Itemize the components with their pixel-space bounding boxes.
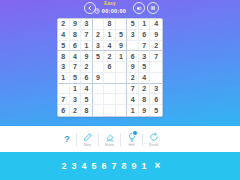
clock-icon: [94, 8, 100, 14]
sudoku-cell-r1c6[interactable]: [116, 19, 128, 30]
toolbar-divider: [76, 133, 77, 146]
sudoku-cell-r4c9[interactable]: 7: [150, 51, 162, 62]
sudoku-cell-r9c5[interactable]: [104, 105, 116, 116]
sudoku-cell-r6c5[interactable]: [104, 73, 116, 84]
sudoku-cell-r5c2[interactable]: 7: [70, 62, 82, 73]
sudoku-cell-r2c1[interactable]: 4: [58, 30, 70, 41]
note-button[interactable]: Note: [79, 132, 96, 147]
number-key-1[interactable]: 1: [142, 161, 147, 171]
number-key-7[interactable]: 7: [112, 161, 117, 171]
sudoku-cell-r9c6[interactable]: [116, 105, 128, 116]
toolbar-divider: [142, 133, 143, 146]
sudoku-cell-r7c5[interactable]: [104, 84, 116, 95]
sudoku-cell-r5c5[interactable]: 6: [104, 62, 116, 73]
sudoku-cell-r2c5[interactable]: 1: [104, 30, 116, 41]
reset-label: Reset: [149, 143, 158, 147]
sudoku-cell-r7c9[interactable]: 3: [150, 84, 162, 95]
sudoku-cell-r4c1[interactable]: 8: [58, 51, 70, 62]
sudoku-cell-r5c7[interactable]: 9: [127, 62, 139, 73]
number-key-9[interactable]: 9: [132, 161, 137, 171]
number-pad: 23456789× 1: [0, 152, 240, 180]
sudoku-cell-r3c5[interactable]: 4: [104, 41, 116, 52]
sudoku-cell-r6c7[interactable]: 2: [127, 73, 139, 84]
sudoku-cell-r7c3[interactable]: 4: [81, 84, 93, 95]
speaker-icon: [136, 5, 143, 12]
sudoku-cell-r8c6[interactable]: [116, 94, 128, 105]
sudoku-cell-r8c4[interactable]: [93, 94, 105, 105]
sudoku-cell-r6c4[interactable]: 9: [93, 73, 105, 84]
difficulty-label: Easy: [79, 1, 141, 6]
sudoku-cell-r2c3[interactable]: 7: [81, 30, 93, 41]
sudoku-cell-r9c7[interactable]: 1: [127, 105, 139, 116]
sudoku-cell-r1c9[interactable]: 4: [150, 19, 162, 30]
sudoku-cell-r1c1[interactable]: 2: [58, 19, 70, 30]
timer-value: 00:00:00: [102, 8, 126, 14]
sudoku-cell-r9c1[interactable]: 6: [58, 105, 70, 116]
sudoku-cell-r8c7[interactable]: 4: [127, 94, 139, 105]
sudoku-cell-r1c8[interactable]: 1: [139, 19, 151, 30]
sudoku-cell-r6c3[interactable]: 6: [81, 73, 93, 84]
sudoku-cell-r8c9[interactable]: 6: [150, 94, 162, 105]
sudoku-cell-r9c3[interactable]: 8: [81, 105, 93, 116]
number-key-6[interactable]: 6: [102, 161, 107, 171]
sudoku-cell-r4c2[interactable]: 4: [70, 51, 82, 62]
sudoku-cell-r9c8[interactable]: 9: [139, 105, 151, 116]
sudoku-cell-r5c1[interactable]: 3: [58, 62, 70, 73]
sudoku-cell-r7c8[interactable]: 2: [139, 84, 151, 95]
note-label: Note: [84, 143, 91, 147]
sudoku-cell-r8c5[interactable]: [104, 94, 116, 105]
sudoku-cell-r5c4[interactable]: [93, 62, 105, 73]
sudoku-cell-r2c6[interactable]: 5: [116, 30, 128, 41]
erase-label: Erase: [105, 143, 114, 147]
sudoku-cell-r3c9[interactable]: 2: [150, 41, 162, 52]
help-button[interactable]: ?: [60, 134, 74, 144]
sudoku-cell-r7c7[interactable]: 7: [127, 84, 139, 95]
toolbar-divider: [120, 133, 121, 146]
number-key-5[interactable]: 5: [92, 161, 97, 171]
number-key-4[interactable]: 4: [82, 161, 87, 171]
sudoku-cell-r3c1[interactable]: 5: [58, 41, 70, 52]
sudoku-cell-r3c3[interactable]: 1: [81, 41, 93, 52]
sudoku-cell-r1c2[interactable]: 9: [70, 19, 82, 30]
sudoku-cell-r9c9[interactable]: 5: [150, 105, 162, 116]
sudoku-cell-r8c3[interactable]: 5: [81, 94, 93, 105]
sudoku-cell-r3c4[interactable]: 3: [93, 41, 105, 52]
toolbar: ? Note Erase Hint: [0, 126, 240, 152]
sound-button[interactable]: [133, 2, 145, 14]
sudoku-cell-r7c1[interactable]: [58, 84, 70, 95]
sudoku-cell-r6c8[interactable]: 4: [139, 73, 151, 84]
sudoku-cell-r5c3[interactable]: 2: [81, 62, 93, 73]
sudoku-cell-r7c4[interactable]: [93, 84, 105, 95]
sudoku-cell-r9c4[interactable]: [93, 105, 105, 116]
sudoku-cell-r3c6[interactable]: 9: [116, 41, 128, 52]
sudoku-cell-r5c8[interactable]: 5: [139, 62, 151, 73]
sudoku-cell-r4c6[interactable]: 1: [116, 51, 128, 62]
number-key-8[interactable]: 8: [122, 161, 127, 171]
sudoku-cell-r9c2[interactable]: 2: [70, 105, 82, 116]
sudoku-cell-r4c3[interactable]: 9: [81, 51, 93, 62]
pencil-icon: [83, 132, 93, 142]
sudoku-cell-r1c3[interactable]: 3: [81, 19, 93, 30]
sudoku-cell-r6c2[interactable]: 5: [70, 73, 82, 84]
sudoku-cell-r2c2[interactable]: 8: [70, 30, 82, 41]
sudoku-cell-r4c8[interactable]: 3: [139, 51, 151, 62]
sudoku-cell-r8c8[interactable]: 8: [139, 94, 151, 105]
sudoku-cell-r3c7[interactable]: [127, 41, 139, 52]
sudoku-cell-r5c6[interactable]: [116, 62, 128, 73]
hint-badge: [132, 130, 139, 137]
sudoku-cell-r5c9[interactable]: [150, 62, 162, 73]
sudoku-cell-r2c9[interactable]: 9: [150, 30, 162, 41]
sudoku-cell-r2c8[interactable]: 6: [139, 30, 151, 41]
pause-button[interactable]: [147, 2, 159, 14]
sudoku-cell-r4c4[interactable]: 5: [93, 51, 105, 62]
header-hud: Easy 00:00:00: [79, 1, 141, 14]
sudoku-cell-r1c4[interactable]: [93, 19, 105, 30]
pause-icon: [150, 5, 156, 11]
sudoku-cell-r4c7[interactable]: 6: [127, 51, 139, 62]
sudoku-cell-r6c6[interactable]: [116, 73, 128, 84]
hint-label: Hint: [128, 143, 134, 147]
sudoku-cell-r2c4[interactable]: 2: [93, 30, 105, 41]
sudoku-cell-r8c2[interactable]: 3: [70, 94, 82, 105]
sudoku-cell-r2c7[interactable]: 3: [127, 30, 139, 41]
sudoku-cell-r8c1[interactable]: 7: [58, 94, 70, 105]
sudoku-cell-r6c1[interactable]: 1: [58, 73, 70, 84]
reset-button[interactable]: Reset: [145, 132, 162, 147]
sudoku-app-screen: Easy 00:00:00 29385144872153695613497284…: [0, 0, 240, 180]
number-key-3[interactable]: 3: [72, 161, 77, 171]
sudoku-cell-r3c8[interactable]: 7: [139, 41, 151, 52]
sudoku-cell-r4c5[interactable]: 2: [104, 51, 116, 62]
sudoku-cell-r7c2[interactable]: 1: [70, 84, 82, 95]
close-numpad-button[interactable]: ×: [155, 161, 161, 171]
toolbar-divider: [98, 133, 99, 146]
sudoku-cell-r1c5[interactable]: 8: [104, 19, 116, 30]
sudoku-cell-r1c7[interactable]: 5: [127, 19, 139, 30]
sudoku-cell-r3c2[interactable]: 6: [70, 41, 82, 52]
sudoku-cell-r6c9[interactable]: [150, 73, 162, 84]
number-key-2[interactable]: 2: [62, 161, 67, 171]
eraser-icon: [105, 132, 115, 142]
sudoku-cell-r7c6[interactable]: [116, 84, 128, 95]
hint-button[interactable]: Hint: [123, 132, 140, 147]
erase-button[interactable]: Erase: [101, 132, 118, 147]
sudoku-board: 2938514487215369561349728495216373726951…: [57, 18, 163, 117]
reset-icon: [149, 132, 159, 142]
